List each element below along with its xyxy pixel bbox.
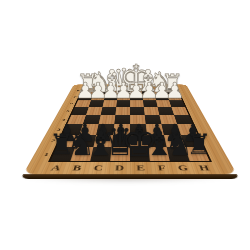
chess-board-photo: ABCDEFGH 87654321 ♜♞♝♛♚♝♞♜♟♟♟♟♟♟♟♟♟♟♟♟♟♟… xyxy=(0,0,250,250)
pieces-layer: ♜♞♝♛♚♝♞♜♟♟♟♟♟♟♟♟♟♟♟♟♟♟♟♟♜♞♝♛♚♝♞♜ xyxy=(0,0,250,250)
piece-black-rook[interactable]: ♜ xyxy=(186,132,211,160)
piece-white-pawn[interactable]: ♟ xyxy=(165,79,185,101)
